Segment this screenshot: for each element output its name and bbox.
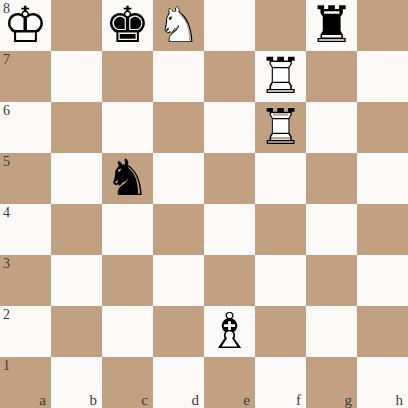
square-f5[interactable] bbox=[255, 153, 306, 204]
square-a1[interactable]: 1a bbox=[0, 357, 51, 408]
file-label-c: c bbox=[141, 392, 148, 408]
square-d4[interactable] bbox=[153, 204, 204, 255]
piece-outline: ♖ bbox=[255, 51, 306, 102]
square-h5[interactable] bbox=[357, 153, 408, 204]
square-d8[interactable]: ♞♘ bbox=[153, 0, 204, 51]
square-d3[interactable] bbox=[153, 255, 204, 306]
square-f4[interactable] bbox=[255, 204, 306, 255]
square-b1[interactable]: b bbox=[51, 357, 102, 408]
square-c7[interactable] bbox=[102, 51, 153, 102]
square-a6[interactable]: 6 bbox=[0, 102, 51, 153]
square-g5[interactable] bbox=[306, 153, 357, 204]
piece-solid: ♜ bbox=[306, 0, 357, 51]
square-f8[interactable] bbox=[255, 0, 306, 51]
square-g2[interactable] bbox=[306, 306, 357, 357]
square-a3[interactable]: 3 bbox=[0, 255, 51, 306]
black-rook-icon[interactable]: ♜ bbox=[306, 0, 357, 51]
square-c6[interactable] bbox=[102, 102, 153, 153]
square-f1[interactable]: f bbox=[255, 357, 306, 408]
rank-label-1: 1 bbox=[3, 358, 10, 373]
square-b7[interactable] bbox=[51, 51, 102, 102]
square-a4[interactable]: 4 bbox=[0, 204, 51, 255]
rank-label-2: 2 bbox=[3, 307, 10, 322]
square-d1[interactable]: d bbox=[153, 357, 204, 408]
square-a2[interactable]: 2 bbox=[0, 306, 51, 357]
square-h4[interactable] bbox=[357, 204, 408, 255]
square-g8[interactable]: ♜ bbox=[306, 0, 357, 51]
square-e3[interactable] bbox=[204, 255, 255, 306]
square-c8[interactable]: ♚ bbox=[102, 0, 153, 51]
square-e7[interactable] bbox=[204, 51, 255, 102]
piece-outline: ♗ bbox=[204, 306, 255, 357]
white-knight-icon[interactable]: ♞♘ bbox=[153, 0, 204, 51]
rank-label-7: 7 bbox=[3, 52, 10, 67]
square-f7[interactable]: ♜♖ bbox=[255, 51, 306, 102]
square-f6[interactable]: ♜♖ bbox=[255, 102, 306, 153]
square-f2[interactable] bbox=[255, 306, 306, 357]
piece-solid: ♞ bbox=[102, 153, 153, 204]
square-g4[interactable] bbox=[306, 204, 357, 255]
square-d2[interactable] bbox=[153, 306, 204, 357]
square-d5[interactable] bbox=[153, 153, 204, 204]
square-h3[interactable] bbox=[357, 255, 408, 306]
square-g6[interactable] bbox=[306, 102, 357, 153]
piece-outline: ♘ bbox=[153, 0, 204, 51]
square-a8[interactable]: 8♚♔ bbox=[0, 0, 51, 51]
file-label-b: b bbox=[90, 392, 98, 408]
square-e1[interactable]: e bbox=[204, 357, 255, 408]
square-h6[interactable] bbox=[357, 102, 408, 153]
file-label-g: g bbox=[345, 392, 353, 408]
square-f3[interactable] bbox=[255, 255, 306, 306]
square-a5[interactable]: 5 bbox=[0, 153, 51, 204]
square-c5[interactable]: ♞ bbox=[102, 153, 153, 204]
file-label-h: h bbox=[396, 392, 404, 408]
rank-label-4: 4 bbox=[3, 205, 10, 220]
square-e5[interactable] bbox=[204, 153, 255, 204]
rank-label-3: 3 bbox=[3, 256, 10, 271]
rank-label-6: 6 bbox=[3, 103, 10, 118]
file-label-d: d bbox=[192, 392, 200, 408]
square-b6[interactable] bbox=[51, 102, 102, 153]
square-d7[interactable] bbox=[153, 51, 204, 102]
square-h7[interactable] bbox=[357, 51, 408, 102]
black-knight-icon[interactable]: ♞ bbox=[102, 153, 153, 204]
white-rook-icon[interactable]: ♜♖ bbox=[255, 51, 306, 102]
square-c2[interactable] bbox=[102, 306, 153, 357]
square-d6[interactable] bbox=[153, 102, 204, 153]
white-rook-icon[interactable]: ♜♖ bbox=[255, 102, 306, 153]
rank-label-5: 5 bbox=[3, 154, 10, 169]
square-e8[interactable] bbox=[204, 0, 255, 51]
piece-outline: ♖ bbox=[255, 102, 306, 153]
square-e4[interactable] bbox=[204, 204, 255, 255]
square-b5[interactable] bbox=[51, 153, 102, 204]
square-e2[interactable]: ♝♗ bbox=[204, 306, 255, 357]
square-b4[interactable] bbox=[51, 204, 102, 255]
square-h2[interactable] bbox=[357, 306, 408, 357]
square-b3[interactable] bbox=[51, 255, 102, 306]
square-c4[interactable] bbox=[102, 204, 153, 255]
square-g7[interactable] bbox=[306, 51, 357, 102]
square-h1[interactable]: h bbox=[357, 357, 408, 408]
square-b2[interactable] bbox=[51, 306, 102, 357]
file-label-e: e bbox=[243, 392, 250, 408]
white-king-icon[interactable]: ♚♔ bbox=[0, 0, 51, 51]
piece-outline: ♔ bbox=[0, 0, 51, 51]
square-e6[interactable] bbox=[204, 102, 255, 153]
white-bishop-icon[interactable]: ♝♗ bbox=[204, 306, 255, 357]
piece-solid: ♚ bbox=[102, 0, 153, 51]
square-c1[interactable]: c bbox=[102, 357, 153, 408]
square-a7[interactable]: 7 bbox=[0, 51, 51, 102]
square-h8[interactable] bbox=[357, 0, 408, 51]
square-g3[interactable] bbox=[306, 255, 357, 306]
square-g1[interactable]: g bbox=[306, 357, 357, 408]
square-c3[interactable] bbox=[102, 255, 153, 306]
file-label-f: f bbox=[296, 392, 301, 408]
chess-board: 8♚♔♚♞♘♜7♜♖6♜♖5♞432♝♗1abcdefgh bbox=[0, 0, 408, 408]
black-king-icon[interactable]: ♚ bbox=[102, 0, 153, 51]
square-b8[interactable] bbox=[51, 0, 102, 51]
file-label-a: a bbox=[39, 392, 46, 408]
